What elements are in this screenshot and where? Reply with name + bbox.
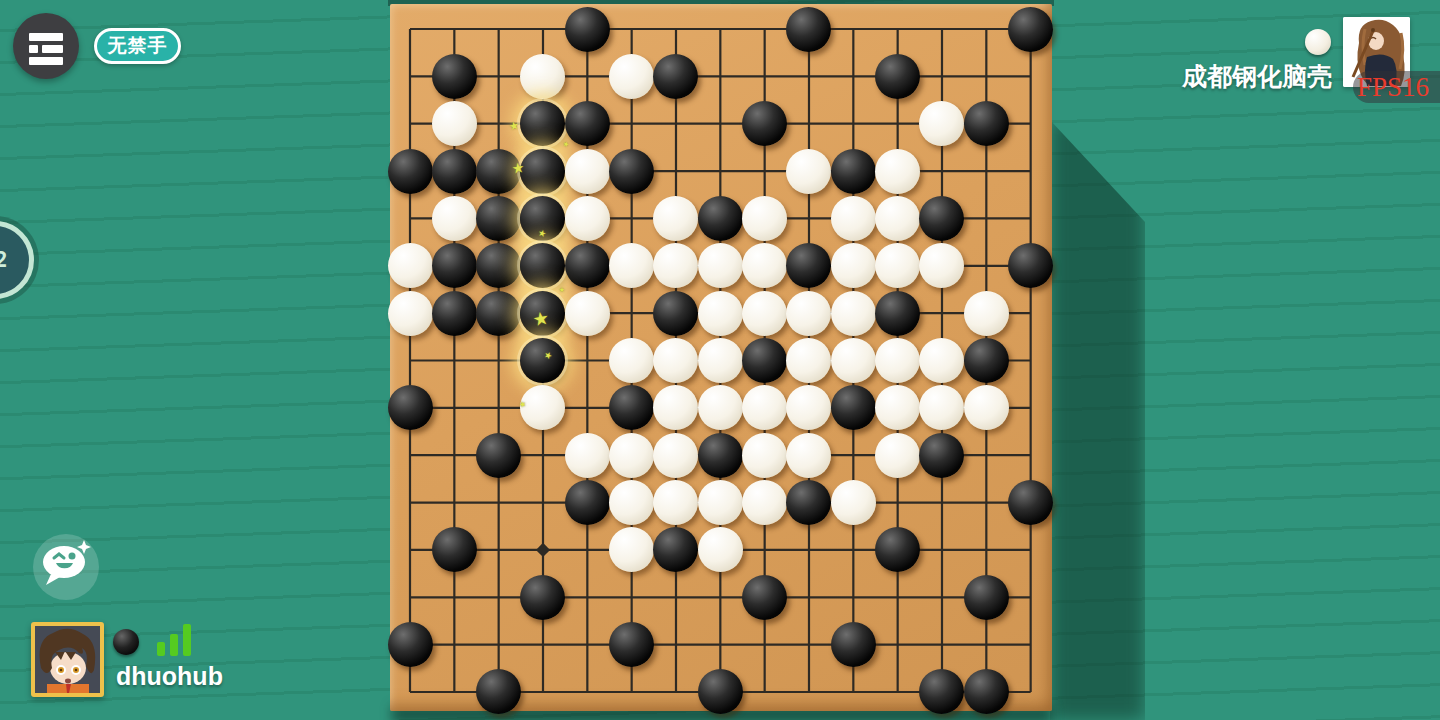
boy-avatar-art [35, 626, 100, 693]
stone-white [698, 480, 743, 525]
stone-white [565, 196, 610, 241]
stone-black [786, 7, 831, 52]
player-bottom-name: dhuohub [116, 662, 223, 691]
stone-white [653, 243, 698, 288]
stone-white [609, 433, 654, 478]
stone-black [964, 338, 1009, 383]
stone-white [742, 291, 787, 336]
sparkle-star-icon: ★ [559, 286, 565, 293]
stone-black [609, 622, 654, 667]
stone-black [742, 575, 787, 620]
stone-white [964, 385, 1009, 430]
stone-black [432, 291, 477, 336]
stone-white [875, 196, 920, 241]
stone-black [520, 575, 565, 620]
stone-white [786, 433, 831, 478]
stone-black [698, 433, 743, 478]
stone-black [609, 149, 654, 194]
connection-signal-icon [157, 624, 193, 656]
stone-black [432, 527, 477, 572]
stone-white [742, 433, 787, 478]
menu-button[interactable] [13, 13, 79, 79]
chat-bubble-icon [33, 534, 99, 600]
stone-black [476, 196, 521, 241]
stone-white [432, 196, 477, 241]
stone-white [609, 338, 654, 383]
stone-black [831, 622, 876, 667]
stone-white [653, 385, 698, 430]
stone-white [919, 338, 964, 383]
sparkle-star-icon: ★ [511, 160, 525, 176]
gomoku-board[interactable]: ★★★★★★★★ [390, 4, 1052, 711]
stone-black [565, 480, 610, 525]
stone-white [831, 196, 876, 241]
stone-black [831, 385, 876, 430]
stone-white [831, 480, 876, 525]
stone-white [432, 101, 477, 146]
stone-white [919, 101, 964, 146]
rule-badge-label: 无禁手 [108, 33, 168, 59]
stone-black [964, 575, 1009, 620]
stone-white [698, 243, 743, 288]
stone-white [609, 480, 654, 525]
stone-white [919, 385, 964, 430]
move-timer: 22 [0, 221, 34, 299]
stone-black [698, 669, 743, 714]
stone-black [919, 433, 964, 478]
stones-layer: ★★★★★★★★ [390, 4, 1052, 711]
stone-black [653, 54, 698, 99]
stone-black [786, 480, 831, 525]
stone-black [432, 243, 477, 288]
stone-black [565, 243, 610, 288]
stone-black [742, 338, 787, 383]
rule-badge: 无禁手 [94, 28, 181, 64]
stone-black [653, 527, 698, 572]
stone-white [786, 149, 831, 194]
player-top-name: 成都钢化脑壳 [1182, 60, 1332, 93]
stone-black [919, 196, 964, 241]
stone-black [476, 669, 521, 714]
stone-white [653, 433, 698, 478]
stone-white [609, 54, 654, 99]
stone-black [742, 101, 787, 146]
stone-black [653, 291, 698, 336]
player-top-stone-white-icon [1305, 29, 1331, 55]
stone-black [476, 243, 521, 288]
stone-white [609, 527, 654, 572]
stone-white [520, 385, 565, 430]
stone-black [964, 101, 1009, 146]
stone-white [698, 385, 743, 430]
stone-black [565, 101, 610, 146]
stone-black [1008, 480, 1053, 525]
sparkle-star-icon: ★ [508, 120, 520, 133]
stone-white [831, 291, 876, 336]
stone-white [786, 385, 831, 430]
stone-black [432, 149, 477, 194]
stone-black [786, 243, 831, 288]
stone-white [653, 196, 698, 241]
stone-black [1008, 243, 1053, 288]
chat-button[interactable] [33, 534, 99, 600]
stone-white [388, 291, 433, 336]
stone-white [742, 385, 787, 430]
stone-black [388, 149, 433, 194]
stone-black [875, 527, 920, 572]
stone-white [698, 338, 743, 383]
stone-black [388, 385, 433, 430]
stone-white [742, 243, 787, 288]
stone-black [964, 669, 1009, 714]
player-bottom-avatar [31, 622, 104, 697]
stone-white [875, 385, 920, 430]
stone-white [565, 291, 610, 336]
stone-black [520, 338, 565, 383]
stone-white [786, 291, 831, 336]
stone-white [831, 243, 876, 288]
stone-white [875, 433, 920, 478]
stone-white [831, 338, 876, 383]
stone-white [875, 243, 920, 288]
player-bottom-stone-black-icon [113, 629, 139, 655]
stone-white [875, 338, 920, 383]
stone-black [520, 243, 565, 288]
stone-white [653, 480, 698, 525]
stone-black [520, 149, 565, 194]
stone-white [609, 243, 654, 288]
stone-black [875, 291, 920, 336]
stone-white [698, 527, 743, 572]
stone-black [875, 54, 920, 99]
stone-black [565, 7, 610, 52]
stone-white [786, 338, 831, 383]
stone-white [565, 433, 610, 478]
stone-black [698, 196, 743, 241]
board-drop-shadow [1050, 120, 1145, 720]
stone-white [875, 149, 920, 194]
stone-white [742, 480, 787, 525]
stone-black [388, 622, 433, 667]
stone-white [520, 54, 565, 99]
stone-white [565, 149, 610, 194]
timer-value: 22 [0, 248, 8, 272]
fps-counter: FPS16 [1357, 72, 1429, 103]
stone-white [653, 338, 698, 383]
stone-black [919, 669, 964, 714]
stone-white [964, 291, 1009, 336]
stone-white [388, 243, 433, 288]
stone-black [831, 149, 876, 194]
sparkle-star-icon: ★ [531, 309, 550, 330]
stone-white [698, 291, 743, 336]
stone-black [432, 54, 477, 99]
stone-black [476, 433, 521, 478]
stone-black [609, 385, 654, 430]
sparkle-star-icon: ★ [562, 140, 570, 149]
stone-black [476, 291, 521, 336]
stone-black [520, 101, 565, 146]
stone-white [919, 243, 964, 288]
stone-black [1008, 7, 1053, 52]
stone-white [742, 196, 787, 241]
